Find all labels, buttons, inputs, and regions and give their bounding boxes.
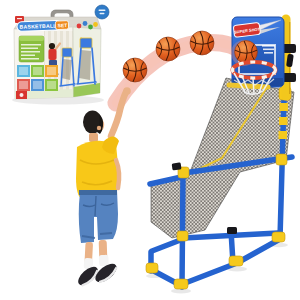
basketball-3 (190, 31, 214, 55)
child-shirt (76, 137, 119, 200)
box-title-suffix: SET (58, 23, 68, 28)
basketball-1 (123, 58, 147, 82)
child-head (83, 111, 104, 135)
product-photo: BASKETBALL SET (0, 0, 300, 300)
product-box: BASKETBALL SET (14, 10, 101, 99)
child-neck (89, 133, 98, 142)
box-corner-badge (16, 91, 27, 99)
basketball-at-hoop (235, 41, 258, 64)
basketball-2 (156, 37, 180, 61)
child-sock-right (99, 255, 109, 266)
child-shorts (79, 190, 118, 243)
box-feature-panel (19, 36, 44, 62)
scene-canvas: BASKETBALL SET (0, 0, 300, 300)
child (75, 87, 131, 288)
child-hand (123, 87, 131, 95)
box-title-banner: BASKETBALL SET (17, 20, 69, 31)
blue-sticker-badge (95, 5, 109, 19)
child-legs (75, 240, 120, 289)
